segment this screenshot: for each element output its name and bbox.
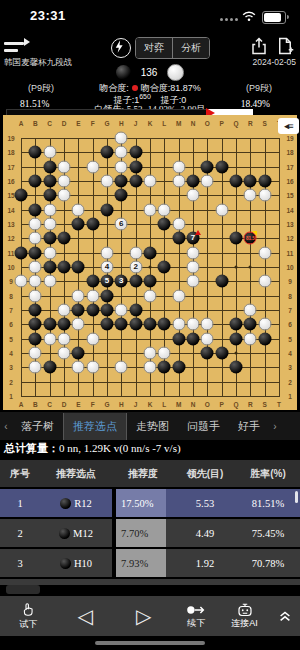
expand-toolbar-button[interactable]	[269, 609, 300, 623]
recommendation-table-header: 序号 推荐选点 推荐度 领先(目) 胜率(%)	[0, 460, 300, 487]
black-stone	[100, 203, 113, 216]
board-coordinate: 11	[287, 249, 294, 256]
board-coordinate: Q	[233, 120, 238, 127]
candidate-corner-marker	[252, 231, 257, 236]
white-stone	[57, 174, 70, 187]
board-coordinate: A	[19, 401, 24, 408]
move-number-label: 7	[191, 234, 195, 242]
board-coordinate: H	[119, 401, 124, 408]
board-coordinate: 19	[7, 135, 14, 142]
black-stone	[29, 246, 42, 259]
board-coordinate: D	[62, 120, 67, 127]
white-stone	[57, 332, 70, 345]
board-coordinate: F	[91, 401, 95, 408]
black-stone	[129, 174, 142, 187]
left-triangle-icon: ◁	[78, 606, 93, 626]
white-stone	[72, 318, 85, 331]
table-row[interactable]: 3 H10 7.93% 1.92 70.78%	[0, 549, 300, 577]
board-gridline	[21, 382, 280, 383]
black-stone	[158, 361, 171, 374]
white-stone	[86, 289, 99, 302]
board-coordinate: 14	[7, 206, 14, 213]
white-stone	[143, 174, 156, 187]
black-stone	[15, 189, 28, 202]
board-coordinate: 13	[7, 220, 14, 227]
black-stone	[229, 232, 242, 245]
recording-dot	[132, 85, 138, 91]
black-stone	[244, 174, 257, 187]
board-coordinate: 9	[9, 278, 13, 285]
bottom-toolbar: 试下 ◁ ▷ 续下 连接AI	[0, 596, 300, 636]
robot-icon	[235, 602, 255, 617]
board-coordinate: 19	[286, 135, 293, 142]
black-stone	[43, 160, 56, 173]
board-coordinate: G	[104, 120, 109, 127]
board-coordinate: O	[205, 120, 210, 127]
white-stone	[72, 361, 85, 374]
dot-arrow-icon	[185, 603, 207, 617]
black-stone	[115, 318, 128, 331]
black-stone	[215, 160, 228, 173]
clock: 23:31	[30, 8, 66, 23]
board-coordinate: 7	[9, 306, 13, 313]
black-stone	[186, 174, 199, 187]
move-number-label: 6	[119, 220, 123, 228]
white-stone	[43, 203, 56, 216]
board-coordinate: F	[91, 120, 95, 127]
black-stone	[143, 275, 156, 288]
white-stone	[43, 275, 56, 288]
board-coordinate: 13	[286, 220, 293, 227]
black-stone	[100, 303, 113, 316]
white-stone	[15, 275, 28, 288]
white-stone	[186, 189, 199, 202]
board-coordinate: 6	[9, 321, 13, 328]
black-stone	[29, 303, 42, 316]
board-coordinate: 4	[9, 349, 13, 356]
black-stone	[143, 318, 156, 331]
board-coordinate: 3	[9, 364, 13, 371]
white-stone	[29, 361, 42, 374]
table-row[interactable]: 2 M12 7.70% 4.49 75.45%	[0, 519, 300, 547]
board-coordinate: E	[76, 120, 80, 127]
white-stone	[186, 260, 199, 273]
board-coordinate: 7	[288, 306, 292, 313]
black-stone	[172, 232, 185, 245]
tab-move-tree[interactable]: 落子树	[12, 413, 63, 440]
share-icon[interactable]	[250, 37, 268, 55]
white-stone	[244, 189, 257, 202]
white-stone	[43, 332, 56, 345]
board-coordinate: N	[191, 401, 196, 408]
tab-recommended-moves[interactable]: 推荐选点	[63, 413, 127, 440]
black-stone	[43, 361, 56, 374]
star-point	[148, 265, 151, 268]
white-stone	[215, 203, 228, 216]
prev-move-button[interactable]: ◁	[56, 606, 114, 626]
mode-switch: 对弈 分析	[135, 37, 210, 59]
black-stone-icon	[60, 498, 71, 509]
board-coordinate: L	[162, 401, 166, 408]
star-point	[234, 265, 237, 268]
board-coordinate: 2	[288, 378, 292, 385]
players-row: 136	[0, 64, 300, 81]
white-stone	[43, 217, 56, 230]
board-coordinate: E	[76, 401, 80, 408]
black-stone	[158, 260, 171, 273]
board-coordinate: 16	[7, 177, 14, 184]
board-coordinate: 16	[286, 177, 293, 184]
black-stone-icon	[59, 528, 70, 539]
white-stone	[29, 289, 42, 302]
engine-power-icon[interactable]	[111, 38, 131, 58]
black-stone	[86, 303, 99, 316]
black-stone	[43, 318, 56, 331]
black-stone	[72, 303, 85, 316]
board-coordinate: 17	[286, 163, 293, 170]
black-stone	[15, 246, 28, 259]
white-stone	[186, 246, 199, 259]
wifi-icon	[242, 11, 256, 22]
move-tree-menu-icon[interactable]	[4, 40, 30, 56]
board-coordinate: K	[148, 120, 153, 127]
board-coordinate: C	[47, 401, 52, 408]
white-stone	[57, 160, 70, 173]
board-coordinate: 1	[9, 392, 13, 399]
white-stone	[201, 174, 214, 187]
black-stone	[72, 217, 85, 230]
board-gridline	[279, 138, 280, 397]
board-coordinate: 14	[286, 206, 293, 213]
board-coordinate: D	[62, 401, 67, 408]
board-coordinate: 5	[9, 335, 13, 342]
tab-problem-moves[interactable]: 问题手	[178, 413, 229, 440]
board-coordinate: 10	[286, 263, 293, 270]
board-coordinate: Q	[233, 401, 238, 408]
board-coordinate: B	[33, 120, 38, 127]
white-stone	[29, 346, 42, 359]
white-stone	[86, 332, 99, 345]
new-document-icon[interactable]	[276, 37, 294, 55]
board-coordinate: J	[134, 401, 138, 408]
white-stone	[172, 289, 185, 302]
board-coordinate: 4	[288, 349, 292, 356]
black-stone	[186, 332, 199, 345]
board-coordinate: M	[176, 120, 181, 127]
board-coordinate: 18	[7, 149, 14, 156]
board-coordinate: 15	[286, 192, 293, 199]
black-stone	[129, 146, 142, 159]
move-number-label: 4	[105, 263, 109, 271]
board-coordinate: M	[176, 401, 181, 408]
board-coordinate: B	[33, 401, 38, 408]
table-row[interactable]: 1 R12 17.50% 5.53 81.51%	[0, 489, 300, 517]
white-stone	[72, 289, 85, 302]
black-stone	[72, 260, 85, 273]
board-coordinate: L	[162, 120, 166, 127]
black-stone	[129, 160, 142, 173]
white-stone	[29, 260, 42, 273]
white-stone	[143, 346, 156, 359]
star-point	[234, 351, 237, 354]
connect-ai-button[interactable]: 连接AI	[220, 602, 269, 630]
move-number-label: 5	[105, 277, 109, 285]
board-coordinate: C	[47, 120, 52, 127]
white-stone	[258, 189, 271, 202]
board-coordinate: J	[134, 120, 138, 127]
white-stone	[186, 275, 199, 288]
black-stone	[229, 361, 242, 374]
white-stone	[129, 246, 142, 259]
play-mode-button[interactable]: 对弈	[136, 38, 172, 58]
black-stone	[29, 203, 42, 216]
black-stone	[29, 146, 42, 159]
white-stone	[172, 318, 185, 331]
white-stone	[143, 361, 156, 374]
board-coordinate: P	[219, 120, 223, 127]
white-stone	[158, 203, 171, 216]
analyze-mode-button[interactable]: 分析	[172, 38, 209, 58]
black-stone	[129, 303, 142, 316]
white-stone	[258, 246, 271, 259]
black-stone	[43, 232, 56, 245]
board-coordinate: N	[191, 120, 196, 127]
tabs-prev-arrow[interactable]: ‹	[0, 421, 12, 432]
board-coordinate: 8	[288, 292, 292, 299]
board-coordinate: 9	[288, 278, 292, 285]
right-triangle-icon: ▷	[136, 606, 151, 626]
white-stone	[29, 217, 42, 230]
white-stone	[258, 275, 271, 288]
board-coordinate: 3	[288, 364, 292, 371]
board-coordinate: O	[205, 401, 210, 408]
black-stone	[72, 346, 85, 359]
black-stone	[43, 174, 56, 187]
white-stone	[29, 232, 42, 245]
white-stone	[57, 346, 70, 359]
white-stone	[143, 203, 156, 216]
board-coordinate: 17	[7, 163, 14, 170]
white-stone	[115, 160, 128, 173]
black-stone	[201, 160, 214, 173]
cellular-signal-icon	[220, 18, 238, 21]
white-stone	[158, 346, 171, 359]
white-player-stone-icon	[167, 64, 184, 81]
board-coordinate: 11	[8, 249, 15, 256]
white-stone	[57, 303, 70, 316]
white-stone	[86, 361, 99, 374]
black-stone	[100, 318, 113, 331]
tab-good-moves[interactable]: 好手	[229, 413, 269, 440]
black-stone	[258, 174, 271, 187]
white-winrate: 18.49%	[241, 99, 270, 109]
black-stone	[129, 275, 142, 288]
double-chevron-up-icon	[278, 609, 292, 623]
white-stone	[244, 303, 257, 316]
move-number-label: 2	[133, 263, 137, 271]
board-coordinate: P	[219, 401, 223, 408]
black-stone	[57, 260, 70, 273]
last-move-marker	[195, 230, 201, 235]
black-stone	[57, 232, 70, 245]
white-stone	[72, 203, 85, 216]
black-stone	[43, 189, 56, 202]
go-board[interactable]: AA1919BB1818CC1717DD1616EE1515FF1414GG13…	[3, 115, 297, 410]
black-stone	[258, 332, 271, 345]
continue-button[interactable]: 续下	[173, 603, 220, 630]
white-stone	[244, 332, 257, 345]
hand-tap-icon	[19, 602, 37, 618]
white-stone	[115, 361, 128, 374]
board-coordinate: 1	[288, 392, 292, 399]
white-stone	[172, 160, 185, 173]
white-stone	[43, 146, 56, 159]
board-coordinate: 18	[286, 149, 293, 156]
black-stone	[129, 318, 142, 331]
black-winrate: 81.51%	[20, 99, 49, 109]
black-stone	[172, 361, 185, 374]
white-stone	[86, 160, 99, 173]
black-stone	[215, 275, 228, 288]
black-stone	[158, 318, 171, 331]
board-coordinate: R	[248, 120, 253, 127]
home-indicator[interactable]	[95, 641, 205, 645]
go-analysis-app: 23:31 对弈 分析 韩国麦馨杯九段战 2024-02-05 136 (P9段…	[0, 0, 300, 650]
white-stone	[57, 189, 70, 202]
black-stone	[29, 174, 42, 187]
board-coordinate: S	[262, 120, 266, 127]
black-stone	[86, 275, 99, 288]
table-row-partial	[0, 579, 300, 585]
table-scrollbar[interactable]	[295, 491, 298, 503]
tab-trend-graph[interactable]: 走势图	[127, 413, 178, 440]
board-dot-marker	[249, 265, 252, 268]
white-stone	[172, 217, 185, 230]
black-stone	[115, 189, 128, 202]
try-move-button[interactable]: 试下	[0, 602, 56, 631]
board-coordinate: R	[248, 401, 253, 408]
black-stone-icon	[60, 558, 71, 569]
black-stone	[158, 217, 171, 230]
white-stone	[115, 146, 128, 159]
white-stone	[258, 318, 271, 331]
black-stone	[143, 246, 156, 259]
collapse-panel-button[interactable]: ◂≡	[278, 118, 299, 134]
next-move-button[interactable]: ▷	[115, 606, 173, 626]
black-player-stone-icon	[116, 65, 131, 80]
black-stone	[86, 217, 99, 230]
black-stone	[229, 174, 242, 187]
board-gridline	[21, 396, 280, 397]
black-stone	[244, 318, 257, 331]
board-coordinate: H	[119, 120, 124, 127]
board-coordinate: 6	[288, 321, 292, 328]
total-computation: 总计算量：0 nn, 1.29K v(0 nn/s -7 v/s)	[0, 441, 300, 456]
board-coordinate: K	[148, 401, 153, 408]
board-coordinate: 5	[288, 335, 292, 342]
white-stone	[43, 246, 56, 259]
black-stone	[100, 146, 113, 159]
board-coordinate: 2	[9, 378, 13, 385]
black-stone	[229, 332, 242, 345]
battery-icon	[262, 11, 286, 24]
black-stone	[115, 174, 128, 187]
board-coordinate: G	[104, 401, 109, 408]
white-stone	[100, 174, 113, 187]
board-coordinate: S	[262, 401, 266, 408]
white-stone	[186, 318, 199, 331]
board-coordinate: T	[277, 401, 281, 408]
black-stone	[43, 260, 56, 273]
white-stone	[29, 275, 42, 288]
move-count: 136	[141, 67, 158, 78]
black-stone	[215, 346, 228, 359]
black-stone	[29, 332, 42, 345]
white-stone	[201, 332, 214, 345]
board-coordinate: 12	[286, 235, 293, 242]
board-coordinate: 8	[9, 292, 13, 299]
white-stone	[115, 303, 128, 316]
white-stone	[201, 318, 214, 331]
black-stone	[201, 346, 214, 359]
black-stone	[172, 332, 185, 345]
drag-handle[interactable]	[6, 585, 40, 594]
black-stone	[100, 289, 113, 302]
move-number-label: 3	[119, 277, 123, 285]
board-coordinate: A	[19, 120, 24, 127]
board-coordinate: 12	[7, 235, 14, 242]
black-stone	[229, 318, 242, 331]
white-stone	[172, 174, 185, 187]
white-stone	[100, 246, 113, 259]
black-stone	[29, 318, 42, 331]
white-stone	[115, 132, 128, 145]
white-stone	[143, 289, 156, 302]
tabs-next-arrow[interactable]: ›	[269, 421, 281, 432]
black-stone	[57, 318, 70, 331]
analysis-tabbar: ‹ 落子树 推荐选点 走势图 问题手 好手 ›	[0, 412, 300, 440]
board-coordinate: 10	[7, 263, 14, 270]
